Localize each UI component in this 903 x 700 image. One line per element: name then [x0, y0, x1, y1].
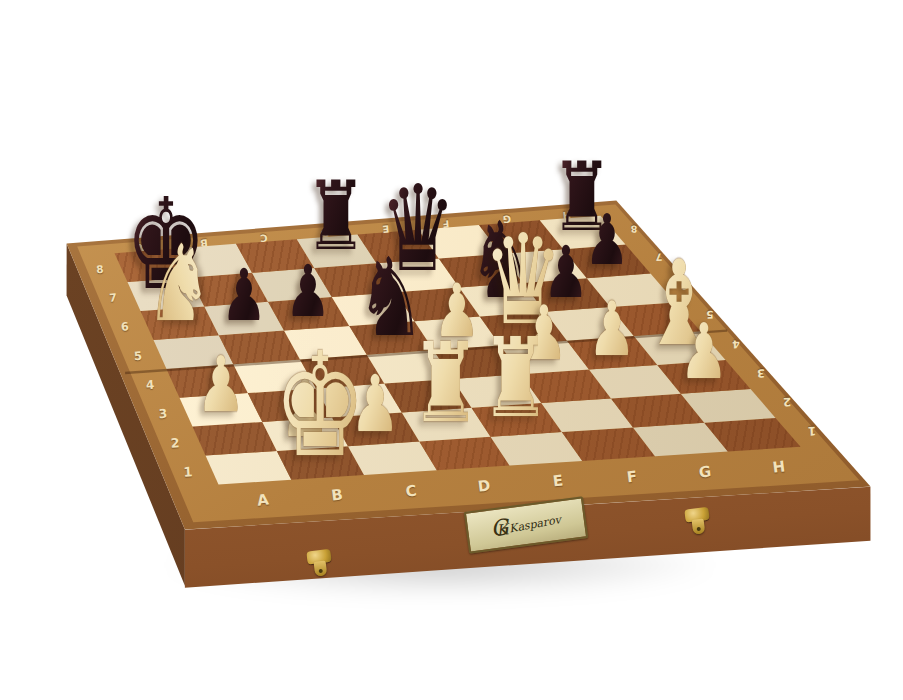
- piece-black-pawn-c6[interactable]: ♟: [285, 256, 331, 328]
- rank-label-left-8: 8: [96, 263, 104, 275]
- piece-white-pawn-g4[interactable]: ♟: [588, 292, 636, 367]
- file-label-front-a: A: [257, 490, 271, 509]
- piece-white-rook-d2[interactable]: ♜: [410, 329, 481, 439]
- rank-label-right-3: 3: [757, 366, 765, 379]
- rank-label-left-4: 4: [145, 378, 154, 393]
- brass-clasp-icon: [306, 549, 335, 582]
- chess-set-photo: AABBCCDDEEFFGGHH1122334455667788 GK Kasp…: [0, 0, 903, 700]
- rank-label-left-2: 2: [170, 435, 180, 451]
- rank-label-right-4: 4: [732, 337, 740, 350]
- piece-white-knight-a6[interactable]: ♞: [145, 231, 213, 337]
- rank-label-left-7: 7: [108, 291, 116, 304]
- file-label-front-h: H: [772, 457, 787, 476]
- rank-label-left-6: 6: [121, 320, 130, 334]
- rank-label-left-5: 5: [133, 349, 142, 364]
- piece-black-pawn-h7[interactable]: ♟: [584, 205, 629, 275]
- brass-clasp-icon: [684, 507, 713, 540]
- kasparov-signature: Kasparov: [508, 513, 562, 535]
- piece-white-king-b1[interactable]: ♚: [274, 333, 367, 477]
- file-label-front-c: C: [404, 481, 417, 500]
- rank-label-right-8: 8: [630, 223, 637, 234]
- gk-monogram-icon: GK: [489, 517, 507, 541]
- rank-label-left-3: 3: [158, 407, 168, 422]
- rank-label-right-2: 2: [783, 395, 792, 409]
- piece-white-pawn-a3[interactable]: ♟: [196, 347, 246, 424]
- rank-label-left-1: 1: [182, 464, 192, 480]
- piece-white-rook-e2[interactable]: ♜: [481, 324, 552, 434]
- file-label-front-d: D: [477, 476, 492, 495]
- rank-label-right-1: 1: [808, 424, 817, 438]
- file-label-back-c: C: [260, 232, 268, 244]
- piece-black-pawn-b6[interactable]: ♟: [221, 261, 267, 333]
- piece-white-pawn-h3[interactable]: ♟: [679, 314, 729, 391]
- file-label-front-f: F: [626, 467, 638, 486]
- file-label-front-e: E: [552, 472, 564, 491]
